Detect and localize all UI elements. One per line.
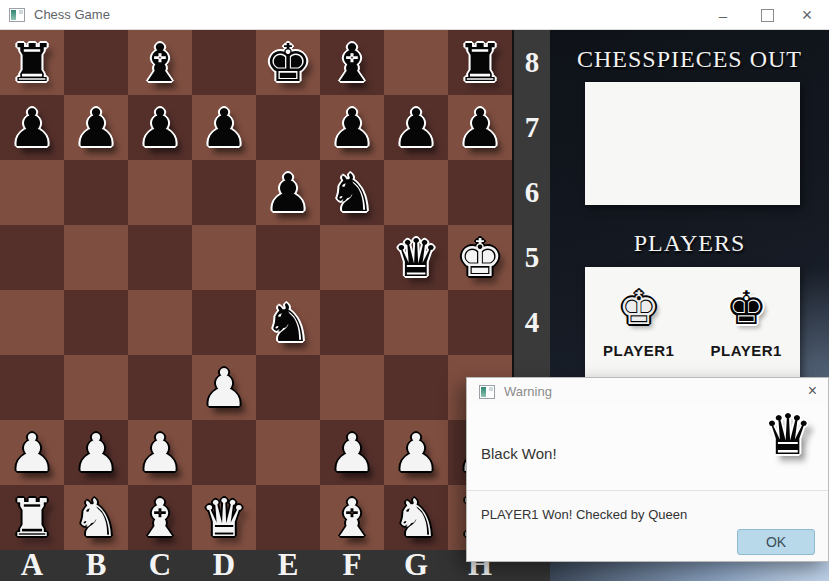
square-d7[interactable]: ♟ (192, 95, 256, 160)
square-h4[interactable] (448, 290, 512, 355)
player-name: PLAYER1 (603, 342, 674, 359)
square-a5[interactable] (0, 225, 64, 290)
square-f2[interactable]: ♟ (320, 420, 384, 485)
window-title: Chess Game (34, 7, 110, 22)
white-knight-piece[interactable]: ♞ (393, 492, 440, 544)
square-c1[interactable]: ♝ (128, 485, 192, 550)
file-label-f: F (320, 550, 384, 581)
ok-button[interactable]: OK (737, 529, 815, 555)
square-c4[interactable] (128, 290, 192, 355)
white-queen-piece[interactable]: ♛ (201, 492, 248, 544)
square-g4[interactable] (384, 290, 448, 355)
rank-label-6: 6 (514, 160, 550, 225)
square-e7[interactable] (256, 95, 320, 160)
dialog-lower-body: PLAYER1 Won! Checked by Queen OK (467, 491, 828, 561)
square-c5[interactable] (128, 225, 192, 290)
square-b4[interactable] (64, 290, 128, 355)
square-h7[interactable]: ♟ (448, 95, 512, 160)
dialog-titlebar[interactable]: Warning × (467, 378, 828, 405)
square-b6[interactable] (64, 160, 128, 225)
white-king-piece[interactable]: ♚ (457, 232, 504, 284)
white-bishop-piece[interactable]: ♝ (329, 492, 376, 544)
secondary-message: PLAYER1 Won! Checked by Queen (481, 507, 687, 522)
black-bishop-piece[interactable]: ♝ (137, 37, 184, 89)
square-a1[interactable]: ♜ (0, 485, 64, 550)
black-pawn-piece[interactable]: ♟ (73, 102, 120, 154)
square-c6[interactable] (128, 160, 192, 225)
warning-dialog: Warning × Black Won! ♛ PLAYER1 Won! Chec… (466, 377, 829, 562)
maximize-icon (761, 9, 774, 22)
square-f5[interactable] (320, 225, 384, 290)
square-g3[interactable] (384, 355, 448, 420)
primary-message: Black Won! (481, 445, 557, 462)
window-titlebar[interactable]: Chess Game – × (0, 0, 829, 30)
black-pawn-piece[interactable]: ♟ (329, 102, 376, 154)
black-pawn-piece[interactable]: ♟ (393, 102, 440, 154)
square-f8[interactable]: ♝ (320, 30, 384, 95)
player-slot-white: ♚PLAYER1 (603, 283, 674, 359)
square-h5[interactable]: ♚ (448, 225, 512, 290)
black-pawn-piece[interactable]: ♟ (137, 102, 184, 154)
square-f7[interactable]: ♟ (320, 95, 384, 160)
player-name: PLAYER1 (711, 342, 782, 359)
white-knight-piece[interactable]: ♞ (73, 492, 120, 544)
rank-label-8: 8 (514, 30, 550, 95)
square-b5[interactable] (64, 225, 128, 290)
white-pawn-piece[interactable]: ♟ (201, 362, 248, 414)
black-pawn-piece[interactable]: ♟ (9, 102, 56, 154)
square-g8[interactable] (384, 30, 448, 95)
square-e2[interactable] (256, 420, 320, 485)
square-f1[interactable]: ♝ (320, 485, 384, 550)
black-pawn-piece[interactable]: ♟ (201, 102, 248, 154)
dialog-close-icon[interactable]: × (808, 382, 817, 400)
square-e5[interactable] (256, 225, 320, 290)
square-e1[interactable] (256, 485, 320, 550)
square-f6[interactable]: ♞ (320, 160, 384, 225)
square-g7[interactable]: ♟ (384, 95, 448, 160)
square-h6[interactable] (448, 160, 512, 225)
file-label-e: E (256, 550, 320, 581)
rank-label-4: 4 (514, 290, 550, 355)
square-d4[interactable] (192, 290, 256, 355)
square-a6[interactable] (0, 160, 64, 225)
pieces-out-heading: CHESSPIECES OUT (550, 46, 829, 73)
square-b7[interactable]: ♟ (64, 95, 128, 160)
square-d2[interactable] (192, 420, 256, 485)
minimize-button[interactable]: – (707, 0, 739, 30)
square-g5[interactable]: ♛ (384, 225, 448, 290)
white-rook-piece[interactable]: ♜ (9, 492, 56, 544)
square-d5[interactable] (192, 225, 256, 290)
close-button[interactable]: × (791, 0, 823, 30)
file-label-g: G (384, 550, 448, 581)
dialog-upper-body: Black Won! ♛ (467, 405, 828, 490)
square-h8[interactable]: ♜ (448, 30, 512, 95)
maximize-button[interactable] (751, 0, 783, 30)
file-label-d: D (192, 550, 256, 581)
rank-label-5: 5 (514, 225, 550, 290)
chess-board: ♜♝♚♝♜♟♟♟♟♟♟♟♟♞♛♚♞♟♟♟♟♟♟♟♜♞♝♛♝♞♜ (0, 30, 512, 550)
square-e3[interactable] (256, 355, 320, 420)
black-queen-icon: ♛ (763, 407, 813, 463)
black-queen-piece[interactable]: ♛ (393, 232, 440, 284)
square-e6[interactable]: ♟ (256, 160, 320, 225)
square-c2[interactable]: ♟ (128, 420, 192, 485)
white-pawn-piece[interactable]: ♟ (73, 427, 120, 479)
white-pawn-piece[interactable]: ♟ (329, 427, 376, 479)
square-c7[interactable]: ♟ (128, 95, 192, 160)
square-e4[interactable]: ♞ (256, 290, 320, 355)
dialog-icon (479, 385, 495, 399)
square-d3[interactable]: ♟ (192, 355, 256, 420)
black-bishop-piece[interactable]: ♝ (329, 37, 376, 89)
player-slot-black: ♚PLAYER1 (711, 283, 782, 359)
app-icon (9, 8, 25, 22)
square-b8[interactable] (64, 30, 128, 95)
black-pawn-piece[interactable]: ♟ (457, 102, 504, 154)
black-king-icon: ♚ (711, 283, 782, 334)
black-rook-piece[interactable]: ♜ (457, 37, 504, 89)
black-knight-piece[interactable]: ♞ (329, 167, 376, 219)
square-c3[interactable] (128, 355, 192, 420)
black-king-piece[interactable]: ♚ (265, 37, 312, 89)
chess-game-window: Chess Game – × ♜♝♚♝♜♟♟♟♟♟♟♟♟♞♛♚♞♟♟♟♟♟♟♟♜… (0, 0, 829, 581)
square-b1[interactable]: ♞ (64, 485, 128, 550)
square-a7[interactable]: ♟ (0, 95, 64, 160)
players-heading: PLAYERS (550, 230, 829, 257)
square-b2[interactable]: ♟ (64, 420, 128, 485)
square-g6[interactable] (384, 160, 448, 225)
white-pawn-piece[interactable]: ♟ (393, 427, 440, 479)
square-a3[interactable] (0, 355, 64, 420)
file-label-a: A (0, 550, 64, 581)
white-pawn-piece[interactable]: ♟ (9, 427, 56, 479)
square-a8[interactable]: ♜ (0, 30, 64, 95)
square-d6[interactable] (192, 160, 256, 225)
square-d8[interactable] (192, 30, 256, 95)
black-knight-piece[interactable]: ♞ (265, 297, 312, 349)
file-label-c: C (128, 550, 192, 581)
dialog-title: Warning (504, 384, 552, 399)
rank-label-7: 7 (514, 95, 550, 160)
file-label-b: B (64, 550, 128, 581)
black-pawn-piece[interactable]: ♟ (265, 167, 312, 219)
square-a4[interactable] (0, 290, 64, 355)
square-f4[interactable] (320, 290, 384, 355)
square-g2[interactable]: ♟ (384, 420, 448, 485)
square-e8[interactable]: ♚ (256, 30, 320, 95)
square-d1[interactable]: ♛ (192, 485, 256, 550)
white-pawn-piece[interactable]: ♟ (137, 427, 184, 479)
pieces-out-box (585, 82, 800, 205)
square-a2[interactable]: ♟ (0, 420, 64, 485)
square-g1[interactable]: ♞ (384, 485, 448, 550)
square-f3[interactable] (320, 355, 384, 420)
white-king-icon: ♚ (603, 283, 674, 334)
square-c8[interactable]: ♝ (128, 30, 192, 95)
white-bishop-piece[interactable]: ♝ (137, 492, 184, 544)
black-rook-piece[interactable]: ♜ (9, 37, 56, 89)
square-b3[interactable] (64, 355, 128, 420)
